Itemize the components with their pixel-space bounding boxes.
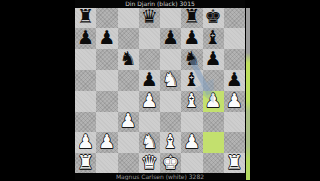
piece-white-pawn[interactable]: ♟ (77, 132, 94, 151)
square-g6[interactable]: ♟ (203, 49, 224, 70)
piece-black-pawn[interactable]: ♟ (141, 70, 158, 89)
square-f4[interactable]: ♝ (181, 91, 202, 112)
square-d8[interactable]: ♛ (139, 8, 160, 29)
square-c4[interactable] (118, 91, 139, 112)
square-d4[interactable]: ♟ (139, 91, 160, 112)
square-d6[interactable] (139, 49, 160, 70)
square-b3[interactable] (96, 112, 117, 133)
square-b1[interactable] (96, 153, 117, 174)
square-a4[interactable] (75, 91, 96, 112)
square-b8[interactable] (96, 8, 117, 29)
square-e7[interactable]: ♟ (160, 28, 181, 49)
piece-black-pawn[interactable]: ♟ (205, 49, 222, 68)
piece-white-pawn[interactable]: ♟ (120, 111, 137, 130)
piece-black-pawn[interactable]: ♟ (226, 70, 243, 89)
square-f5[interactable]: ♝ (181, 70, 202, 91)
square-g5[interactable] (203, 70, 224, 91)
piece-black-bishop[interactable]: ♝ (183, 70, 200, 89)
piece-white-pawn[interactable]: ♟ (205, 91, 222, 110)
square-b7[interactable]: ♟ (96, 28, 117, 49)
square-f8[interactable]: ♜ (181, 8, 202, 29)
piece-white-bishop[interactable]: ♝ (183, 91, 200, 110)
piece-black-pawn[interactable]: ♟ (77, 28, 94, 47)
square-h3[interactable] (224, 112, 245, 133)
square-a3[interactable] (75, 112, 96, 133)
black-player-label: Din Djarin (black) 3015 (125, 0, 195, 7)
eval-bar (246, 8, 250, 181)
piece-black-knight[interactable]: ♞ (120, 49, 137, 68)
white-player-label: Magnus Carlsen (white) 3282 (116, 173, 204, 180)
square-b5[interactable] (96, 70, 117, 91)
piece-black-rook[interactable]: ♜ (77, 7, 94, 26)
square-a8[interactable]: ♜ (75, 8, 96, 29)
piece-white-rook[interactable]: ♜ (77, 153, 94, 172)
square-c7[interactable] (118, 28, 139, 49)
square-h8[interactable] (224, 8, 245, 29)
piece-white-king[interactable]: ♚ (162, 153, 179, 172)
piece-black-pawn[interactable]: ♟ (98, 28, 115, 47)
square-f7[interactable]: ♟ (181, 28, 202, 49)
square-f2[interactable]: ♟ (181, 132, 202, 153)
square-h5[interactable]: ♟ (224, 70, 245, 91)
square-g4[interactable]: ♟ (203, 91, 224, 112)
square-a7[interactable]: ♟ (75, 28, 96, 49)
square-c8[interactable] (118, 8, 139, 29)
square-e6[interactable] (160, 49, 181, 70)
square-a2[interactable]: ♟ (75, 132, 96, 153)
square-a1[interactable]: ♜ (75, 153, 96, 174)
piece-black-knight[interactable]: ♞ (183, 49, 200, 68)
black-player-bar: Din Djarin (black) 3015 (75, 0, 245, 8)
square-f3[interactable] (181, 112, 202, 133)
square-e5[interactable]: ♞ (160, 70, 181, 91)
piece-white-knight[interactable]: ♞ (162, 70, 179, 89)
square-g8[interactable]: ♚ (203, 8, 224, 29)
piece-black-rook[interactable]: ♜ (183, 7, 200, 26)
piece-black-bishop[interactable]: ♝ (205, 28, 222, 47)
piece-white-pawn[interactable]: ♟ (226, 91, 243, 110)
white-player-bar: Magnus Carlsen (white) 3282 (75, 173, 245, 180)
square-f1[interactable] (181, 153, 202, 174)
square-d5[interactable]: ♟ (139, 70, 160, 91)
piece-white-bishop[interactable]: ♝ (162, 132, 179, 151)
piece-white-pawn[interactable]: ♟ (141, 91, 158, 110)
square-h2[interactable] (224, 132, 245, 153)
square-e8[interactable] (160, 8, 181, 29)
square-c2[interactable] (118, 132, 139, 153)
square-h7[interactable] (224, 28, 245, 49)
piece-white-rook[interactable]: ♜ (226, 153, 243, 172)
piece-white-pawn[interactable]: ♟ (183, 132, 200, 151)
piece-black-pawn[interactable]: ♟ (162, 28, 179, 47)
square-d1[interactable]: ♛ (139, 153, 160, 174)
square-b4[interactable] (96, 91, 117, 112)
square-g7[interactable]: ♝ (203, 28, 224, 49)
square-a6[interactable] (75, 49, 96, 70)
square-c3[interactable]: ♟ (118, 112, 139, 133)
square-g2[interactable] (203, 132, 224, 153)
square-e1[interactable]: ♚ (160, 153, 181, 174)
square-d7[interactable] (139, 28, 160, 49)
square-c1[interactable] (118, 153, 139, 174)
square-g1[interactable] (203, 153, 224, 174)
piece-black-pawn[interactable]: ♟ (183, 28, 200, 47)
square-h6[interactable] (224, 49, 245, 70)
square-b2[interactable]: ♟ (96, 132, 117, 153)
square-f6[interactable]: ♞ (181, 49, 202, 70)
piece-black-queen[interactable]: ♛ (141, 7, 158, 26)
square-e3[interactable] (160, 112, 181, 133)
piece-black-king[interactable]: ♚ (205, 7, 222, 26)
square-e2[interactable]: ♝ (160, 132, 181, 153)
square-e4[interactable] (160, 91, 181, 112)
piece-white-queen[interactable]: ♛ (141, 153, 158, 172)
square-a5[interactable] (75, 70, 96, 91)
square-b6[interactable] (96, 49, 117, 70)
square-d3[interactable] (139, 112, 160, 133)
square-d2[interactable]: ♞ (139, 132, 160, 153)
piece-white-pawn[interactable]: ♟ (98, 132, 115, 151)
square-c5[interactable] (118, 70, 139, 91)
piece-white-knight[interactable]: ♞ (141, 132, 158, 151)
square-h4[interactable]: ♟ (224, 91, 245, 112)
chess-board[interactable]: ♜♛♜♚♟♟♟♟♝♞♞♟♟♞♝♟♟♝♟♟♟♟♟♞♝♟♜♛♚♜ (75, 8, 245, 175)
square-c6[interactable]: ♞ (118, 49, 139, 70)
square-g3[interactable] (203, 112, 224, 133)
square-h1[interactable]: ♜ (224, 153, 245, 174)
